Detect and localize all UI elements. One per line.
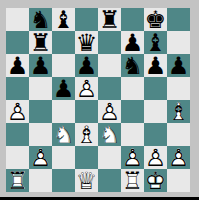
square-f4[interactable] <box>121 100 144 123</box>
piece-outline-glyph: ♙ <box>30 146 52 170</box>
black-knight-f6: ♞ <box>122 54 144 78</box>
square-h3[interactable] <box>167 123 190 146</box>
square-h1[interactable] <box>167 169 190 192</box>
black-rook-b7: ♜ <box>30 31 52 55</box>
white-rook-f1: ♜♖ <box>122 169 144 193</box>
black-queen-d7: ♛ <box>76 31 98 55</box>
black-pawn-f7: ♟ <box>122 31 144 55</box>
square-b5[interactable] <box>29 77 52 100</box>
square-e3[interactable]: ♞♘ <box>98 123 121 146</box>
piece-fill-glyph: ♜ <box>30 31 52 55</box>
square-c7[interactable] <box>52 31 75 54</box>
square-d2[interactable] <box>75 146 98 169</box>
piece-outline-glyph: ♙ <box>168 146 190 170</box>
square-b4[interactable] <box>29 100 52 123</box>
piece-outline-glyph: ♗ <box>76 123 98 147</box>
piece-fill-glyph: ♟ <box>122 31 144 55</box>
piece-outline-glyph: ♘ <box>53 123 75 147</box>
piece-fill-glyph: ♝ <box>145 31 167 55</box>
square-a4[interactable]: ♟♙ <box>6 100 29 123</box>
square-e5[interactable] <box>98 77 121 100</box>
white-pawn-g2: ♟♙ <box>145 146 167 170</box>
square-f7[interactable]: ♟ <box>121 31 144 54</box>
square-c2[interactable] <box>52 146 75 169</box>
black-pawn-a6: ♟ <box>7 54 29 78</box>
piece-fill-glyph: ♞ <box>122 54 144 78</box>
square-g7[interactable]: ♝ <box>144 31 167 54</box>
square-f2[interactable]: ♟♙ <box>121 146 144 169</box>
piece-outline-glyph: ♙ <box>99 100 121 124</box>
square-e7[interactable] <box>98 31 121 54</box>
piece-fill-glyph: ♟ <box>145 54 167 78</box>
black-pawn-d6: ♟ <box>76 54 98 78</box>
square-b2[interactable]: ♟♙ <box>29 146 52 169</box>
square-b6[interactable]: ♟ <box>29 54 52 77</box>
white-knight-e3: ♞♘ <box>99 123 121 147</box>
piece-outline-glyph: ♖ <box>122 169 144 193</box>
black-pawn-c5: ♟ <box>53 77 75 101</box>
square-c4[interactable] <box>52 100 75 123</box>
piece-fill-glyph: ♟ <box>168 54 190 78</box>
piece-fill-glyph: ♜ <box>99 8 121 32</box>
piece-fill-glyph: ♟ <box>53 77 75 101</box>
chess-board-widget: ♞♝♜♚♜♛♟♝♟♟♟♞♟♟♟♟♙♟♙♟♙♝♗♞♘♝♗♞♘♟♙♟♙♟♙♟♙♜♖♛… <box>0 0 199 200</box>
black-king-g8: ♚ <box>145 8 167 32</box>
square-h6[interactable]: ♟ <box>167 54 190 77</box>
chess-board: ♞♝♜♚♜♛♟♝♟♟♟♞♟♟♟♟♙♟♙♟♙♝♗♞♘♝♗♞♘♟♙♟♙♟♙♟♙♜♖♛… <box>6 8 190 192</box>
square-h8[interactable] <box>167 8 190 31</box>
square-f6[interactable]: ♞ <box>121 54 144 77</box>
square-a5[interactable] <box>6 77 29 100</box>
square-a6[interactable]: ♟ <box>6 54 29 77</box>
square-g4[interactable] <box>144 100 167 123</box>
board-bottom-edge <box>0 197 199 200</box>
piece-fill-glyph: ♞ <box>30 8 52 32</box>
white-queen-d1: ♛♕ <box>76 169 98 193</box>
black-bishop-c8: ♝ <box>53 8 75 32</box>
square-e8[interactable]: ♜ <box>98 8 121 31</box>
square-b1[interactable] <box>29 169 52 192</box>
square-b7[interactable]: ♜ <box>29 31 52 54</box>
black-rook-e8: ♜ <box>99 8 121 32</box>
square-a2[interactable] <box>6 146 29 169</box>
piece-fill-glyph: ♟ <box>30 54 52 78</box>
piece-fill-glyph: ♟ <box>7 54 29 78</box>
square-a7[interactable] <box>6 31 29 54</box>
square-e1[interactable] <box>98 169 121 192</box>
square-d8[interactable] <box>75 8 98 31</box>
piece-outline-glyph: ♖ <box>7 169 29 193</box>
piece-outline-glyph: ♗ <box>168 100 190 124</box>
square-f5[interactable] <box>121 77 144 100</box>
black-pawn-h6: ♟ <box>168 54 190 78</box>
white-king-g1: ♚♔ <box>145 169 167 193</box>
square-a8[interactable] <box>6 8 29 31</box>
square-d5[interactable]: ♟♙ <box>75 77 98 100</box>
white-bishop-h4: ♝♗ <box>168 100 190 124</box>
square-e4[interactable]: ♟♙ <box>98 100 121 123</box>
black-pawn-g6: ♟ <box>145 54 167 78</box>
square-h7[interactable] <box>167 31 190 54</box>
square-f3[interactable] <box>121 123 144 146</box>
square-d1[interactable]: ♛♕ <box>75 169 98 192</box>
square-h2[interactable]: ♟♙ <box>167 146 190 169</box>
square-e2[interactable] <box>98 146 121 169</box>
piece-outline-glyph: ♔ <box>145 169 167 193</box>
black-bishop-g7: ♝ <box>145 31 167 55</box>
piece-outline-glyph: ♙ <box>145 146 167 170</box>
piece-fill-glyph: ♝ <box>53 8 75 32</box>
square-c3[interactable]: ♞♘ <box>52 123 75 146</box>
black-pawn-b6: ♟ <box>30 54 52 78</box>
white-pawn-d5: ♟♙ <box>76 77 98 101</box>
square-h4[interactable]: ♝♗ <box>167 100 190 123</box>
white-pawn-b2: ♟♙ <box>30 146 52 170</box>
square-f8[interactable] <box>121 8 144 31</box>
white-pawn-h2: ♟♙ <box>168 146 190 170</box>
white-pawn-e4: ♟♙ <box>99 100 121 124</box>
square-c1[interactable] <box>52 169 75 192</box>
white-rook-a1: ♜♖ <box>7 169 29 193</box>
white-bishop-d3: ♝♗ <box>76 123 98 147</box>
square-f1[interactable]: ♜♖ <box>121 169 144 192</box>
square-d4[interactable] <box>75 100 98 123</box>
square-c8[interactable]: ♝ <box>52 8 75 31</box>
square-a1[interactable]: ♜♖ <box>6 169 29 192</box>
piece-fill-glyph: ♟ <box>76 54 98 78</box>
square-g2[interactable]: ♟♙ <box>144 146 167 169</box>
piece-outline-glyph: ♙ <box>76 77 98 101</box>
square-d3[interactable]: ♝♗ <box>75 123 98 146</box>
piece-outline-glyph: ♘ <box>99 123 121 147</box>
square-c6[interactable] <box>52 54 75 77</box>
square-d7[interactable]: ♛ <box>75 31 98 54</box>
piece-fill-glyph: ♚ <box>145 8 167 32</box>
piece-fill-glyph: ♛ <box>76 31 98 55</box>
piece-outline-glyph: ♕ <box>76 169 98 193</box>
white-knight-c3: ♞♘ <box>53 123 75 147</box>
square-d6[interactable]: ♟ <box>75 54 98 77</box>
square-g1[interactable]: ♚♔ <box>144 169 167 192</box>
piece-outline-glyph: ♙ <box>7 100 29 124</box>
square-a3[interactable] <box>6 123 29 146</box>
square-c5[interactable]: ♟ <box>52 77 75 100</box>
square-h5[interactable] <box>167 77 190 100</box>
square-g3[interactable] <box>144 123 167 146</box>
black-knight-b8: ♞ <box>30 8 52 32</box>
white-pawn-f2: ♟♙ <box>122 146 144 170</box>
square-b3[interactable] <box>29 123 52 146</box>
square-b8[interactable]: ♞ <box>29 8 52 31</box>
square-g5[interactable] <box>144 77 167 100</box>
white-pawn-a4: ♟♙ <box>7 100 29 124</box>
square-e6[interactable] <box>98 54 121 77</box>
piece-outline-glyph: ♙ <box>122 146 144 170</box>
square-g8[interactable]: ♚ <box>144 8 167 31</box>
square-g6[interactable]: ♟ <box>144 54 167 77</box>
